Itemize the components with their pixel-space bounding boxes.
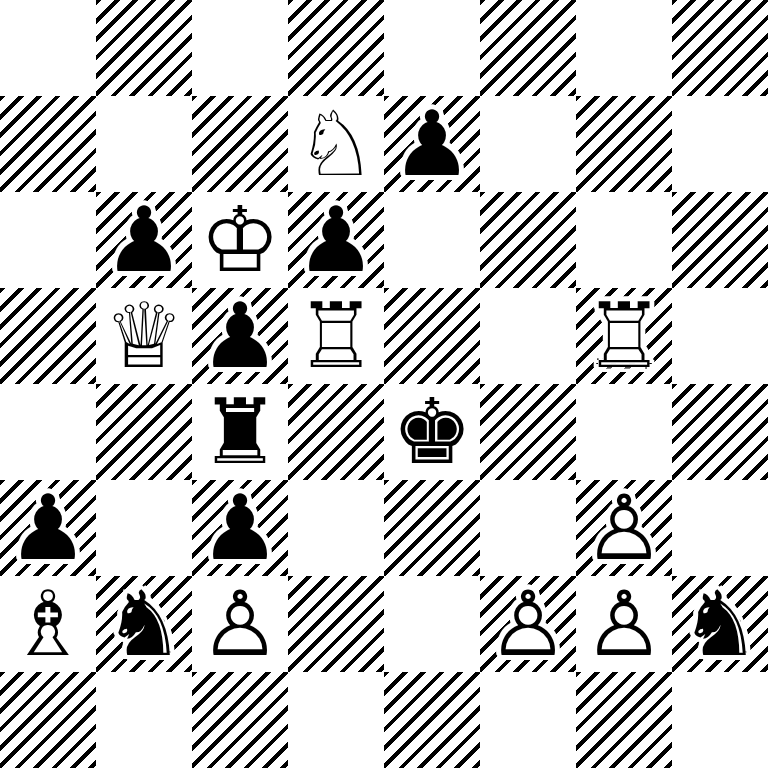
- black-knight-b2[interactable]: ♞♞: [96, 576, 192, 672]
- square-e4[interactable]: ♚♚: [384, 384, 480, 480]
- white-king-c6[interactable]: ♚♔: [192, 192, 288, 288]
- square-e1[interactable]: [384, 672, 480, 768]
- square-e8[interactable]: [384, 0, 480, 96]
- black-rook-icon: ♜: [192, 384, 288, 480]
- black-pawn-b6[interactable]: ♟♟: [96, 192, 192, 288]
- square-f7[interactable]: [480, 96, 576, 192]
- square-a1[interactable]: [0, 672, 96, 768]
- square-a4[interactable]: [0, 384, 96, 480]
- square-b2[interactable]: ♞♞: [96, 576, 192, 672]
- square-h2[interactable]: ♞♞: [672, 576, 768, 672]
- white-pawn-icon: ♙: [480, 576, 576, 672]
- white-bishop-icon: ♗: [0, 576, 96, 672]
- square-a6[interactable]: [0, 192, 96, 288]
- square-f2[interactable]: ♟♙: [480, 576, 576, 672]
- square-a5[interactable]: [0, 288, 96, 384]
- square-c6[interactable]: ♚♔: [192, 192, 288, 288]
- square-a7[interactable]: [0, 96, 96, 192]
- square-h7[interactable]: [672, 96, 768, 192]
- square-f5[interactable]: [480, 288, 576, 384]
- white-knight-d7[interactable]: ♞♘: [288, 96, 384, 192]
- square-g3[interactable]: ♟♙: [576, 480, 672, 576]
- black-pawn-icon: ♟: [192, 480, 288, 576]
- square-b5[interactable]: ♛♕: [96, 288, 192, 384]
- square-e6[interactable]: [384, 192, 480, 288]
- black-pawn-c3[interactable]: ♟♟: [192, 480, 288, 576]
- square-g4[interactable]: [576, 384, 672, 480]
- square-f3[interactable]: [480, 480, 576, 576]
- square-g7[interactable]: [576, 96, 672, 192]
- white-queen-icon: ♕: [96, 288, 192, 384]
- white-pawn-icon: ♙: [576, 480, 672, 576]
- black-pawn-icon: ♟: [192, 288, 288, 384]
- square-d8[interactable]: [288, 0, 384, 96]
- square-f1[interactable]: [480, 672, 576, 768]
- square-d5[interactable]: ♜♖: [288, 288, 384, 384]
- white-pawn-f2[interactable]: ♟♙: [480, 576, 576, 672]
- square-a8[interactable]: [0, 0, 96, 96]
- square-h1[interactable]: [672, 672, 768, 768]
- square-c4[interactable]: ♜♜: [192, 384, 288, 480]
- white-rook-icon: ♖: [576, 288, 672, 384]
- square-h4[interactable]: [672, 384, 768, 480]
- black-pawn-icon: ♟: [96, 192, 192, 288]
- square-e2[interactable]: [384, 576, 480, 672]
- square-f8[interactable]: [480, 0, 576, 96]
- black-pawn-icon: ♟: [384, 96, 480, 192]
- square-b8[interactable]: [96, 0, 192, 96]
- square-b1[interactable]: [96, 672, 192, 768]
- square-a2[interactable]: ♝♗: [0, 576, 96, 672]
- white-knight-icon: ♘: [288, 96, 384, 192]
- white-bishop-a2[interactable]: ♝♗: [0, 576, 96, 672]
- chess-board: ♞♘♟♟♟♟♚♔♟♟♛♕♟♟♜♖♜♖♜♜♚♚♟♟♟♟♟♙♝♗♞♞♟♙♟♙♟♙♞♞: [0, 0, 768, 768]
- square-d4[interactable]: [288, 384, 384, 480]
- square-c3[interactable]: ♟♟: [192, 480, 288, 576]
- black-pawn-a3[interactable]: ♟♟: [0, 480, 96, 576]
- white-pawn-icon: ♙: [576, 576, 672, 672]
- square-e7[interactable]: ♟♟: [384, 96, 480, 192]
- white-king-icon: ♔: [192, 192, 288, 288]
- square-c7[interactable]: [192, 96, 288, 192]
- square-b3[interactable]: [96, 480, 192, 576]
- square-c5[interactable]: ♟♟: [192, 288, 288, 384]
- square-g5[interactable]: ♜♖: [576, 288, 672, 384]
- square-d1[interactable]: [288, 672, 384, 768]
- square-g8[interactable]: [576, 0, 672, 96]
- square-c8[interactable]: [192, 0, 288, 96]
- square-d6[interactable]: ♟♟: [288, 192, 384, 288]
- black-knight-h2[interactable]: ♞♞: [672, 576, 768, 672]
- square-f6[interactable]: [480, 192, 576, 288]
- square-b6[interactable]: ♟♟: [96, 192, 192, 288]
- square-b7[interactable]: [96, 96, 192, 192]
- white-queen-b5[interactable]: ♛♕: [96, 288, 192, 384]
- square-f4[interactable]: [480, 384, 576, 480]
- black-rook-c4[interactable]: ♜♜: [192, 384, 288, 480]
- square-g2[interactable]: ♟♙: [576, 576, 672, 672]
- black-knight-icon: ♞: [672, 576, 768, 672]
- square-g6[interactable]: [576, 192, 672, 288]
- white-rook-d5[interactable]: ♜♖: [288, 288, 384, 384]
- black-knight-icon: ♞: [96, 576, 192, 672]
- black-pawn-d6[interactable]: ♟♟: [288, 192, 384, 288]
- black-pawn-c5[interactable]: ♟♟: [192, 288, 288, 384]
- square-h5[interactable]: [672, 288, 768, 384]
- white-pawn-g2[interactable]: ♟♙: [576, 576, 672, 672]
- square-b4[interactable]: [96, 384, 192, 480]
- square-a3[interactable]: ♟♟: [0, 480, 96, 576]
- square-c1[interactable]: [192, 672, 288, 768]
- white-pawn-icon: ♙: [192, 576, 288, 672]
- black-pawn-e7[interactable]: ♟♟: [384, 96, 480, 192]
- white-pawn-c2[interactable]: ♟♙: [192, 576, 288, 672]
- black-pawn-icon: ♟: [0, 480, 96, 576]
- black-king-icon: ♚: [384, 384, 480, 480]
- square-h3[interactable]: [672, 480, 768, 576]
- square-d2[interactable]: [288, 576, 384, 672]
- white-rook-icon: ♖: [288, 288, 384, 384]
- black-king-e4[interactable]: ♚♚: [384, 384, 480, 480]
- square-g1[interactable]: [576, 672, 672, 768]
- square-d3[interactable]: [288, 480, 384, 576]
- square-d7[interactable]: ♞♘: [288, 96, 384, 192]
- square-h6[interactable]: [672, 192, 768, 288]
- white-pawn-g3[interactable]: ♟♙: [576, 480, 672, 576]
- square-e5[interactable]: [384, 288, 480, 384]
- square-c2[interactable]: ♟♙: [192, 576, 288, 672]
- black-pawn-icon: ♟: [288, 192, 384, 288]
- white-rook-g5[interactable]: ♜♖: [576, 288, 672, 384]
- square-e3[interactable]: [384, 480, 480, 576]
- square-h8[interactable]: [672, 0, 768, 96]
